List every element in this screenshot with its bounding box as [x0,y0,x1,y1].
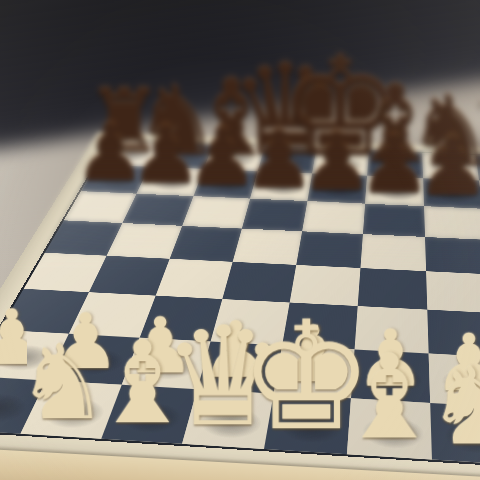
square-d5 [232,228,302,264]
photo-chess-scene: ♜♞♝♛♚♝♞♜♟♟♟♟♟♟♟♟♟♟♟♟♟♟♟♟♜♞♝♛♚♝♞♜ [0,0,480,480]
square-f6 [363,203,425,236]
black-pawn-g7-piece: ♟ [417,128,480,205]
square-g7: ♟ [423,178,480,208]
square-g1: ♞ [430,403,480,465]
square-e6 [302,201,365,234]
playing-area: ♜♞♝♛♚♝♞♜♟♟♟♟♟♟♟♟♟♟♟♟♟♟♟♟♜♞♝♛♚♝♞♜ [0,140,480,473]
square-f7: ♟ [365,176,423,206]
chess-board: ♜♞♝♛♚♝♞♜♟♟♟♟♟♟♟♟♟♟♟♟♟♟♟♟♜♞♝♛♚♝♞♜ [0,132,480,480]
square-g4 [426,271,480,313]
square-f5 [361,234,426,271]
square-c4 [155,259,232,299]
square-c6 [182,196,250,228]
black-pawn-h7-piece: ♟ [475,130,480,207]
square-g6 [424,206,480,240]
white-knight-g1-piece: ♞ [426,356,480,458]
square-g5 [425,237,480,275]
square-e5 [296,231,363,268]
square-f1: ♝ [347,398,431,459]
square-d6 [242,198,308,231]
square-c5 [169,226,241,262]
board-scene: ♜♞♝♛♚♝♞♜♟♟♟♟♟♟♟♟♟♟♟♟♟♟♟♟♜♞♝♛♚♝♞♜ [0,0,480,480]
